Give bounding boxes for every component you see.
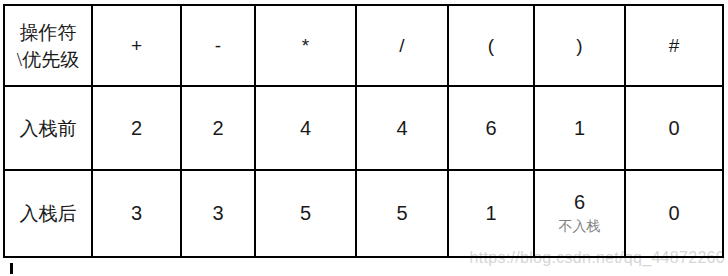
cell-before-hash: 0	[626, 87, 722, 171]
after-minus-value: 3	[212, 202, 223, 225]
before-rparen-value: 1	[574, 117, 585, 140]
after-rparen-value: 6	[574, 191, 585, 214]
precedence-table: 操作符 \优先级 + - * / ( ) # 入栈前 2 2 4 4 6 1 0…	[3, 4, 724, 258]
cell-after-rparen: 6 不入栈	[535, 171, 626, 256]
col-header-multiply: *	[256, 6, 357, 87]
col-header-plus: +	[93, 6, 182, 87]
before-lparen-value: 6	[485, 117, 496, 140]
col-header-minus: -	[182, 6, 256, 87]
lparen-operator-label: (	[488, 35, 494, 57]
before-divide-value: 4	[396, 117, 407, 140]
cell-after-multiply: 5	[256, 171, 357, 256]
before-multiply-value: 4	[300, 117, 311, 140]
before-minus-value: 2	[212, 117, 223, 140]
after-push-label: 入栈后	[20, 200, 77, 227]
multiply-operator-label: *	[302, 35, 309, 57]
after-plus-value: 3	[131, 202, 142, 225]
col-header-rparen: )	[535, 6, 626, 87]
after-multiply-value: 5	[300, 202, 311, 225]
col-header-divide: /	[357, 6, 449, 87]
plus-operator-label: +	[131, 35, 142, 57]
before-push-label: 入栈前	[20, 115, 77, 142]
row-label-after-push: 入栈后	[5, 171, 93, 256]
cell-after-hash: 0	[626, 171, 722, 256]
after-divide-value: 5	[396, 202, 407, 225]
cell-before-multiply: 4	[256, 87, 357, 171]
row-label-before-push: 入栈前	[5, 87, 93, 171]
after-hash-value: 0	[668, 202, 679, 225]
corner-label-line1: 操作符	[20, 19, 77, 46]
no-push-note: 不入栈	[559, 218, 601, 236]
cell-before-plus: 2	[93, 87, 182, 171]
cell-before-lparen: 6	[449, 87, 535, 171]
hash-operator-label: #	[669, 35, 680, 57]
before-plus-value: 2	[131, 117, 142, 140]
header-corner-cell: 操作符 \优先级	[5, 6, 93, 87]
cell-before-divide: 4	[357, 87, 449, 171]
rparen-operator-label: )	[576, 35, 582, 57]
cell-before-rparen: 1	[535, 87, 626, 171]
after-lparen-value: 1	[485, 202, 496, 225]
divide-operator-label: /	[399, 35, 404, 57]
text-cursor[interactable]	[10, 263, 13, 274]
cell-after-minus: 3	[182, 171, 256, 256]
cell-after-plus: 3	[93, 171, 182, 256]
cell-after-divide: 5	[357, 171, 449, 256]
col-header-hash: #	[626, 6, 722, 87]
corner-label-line2: \优先级	[17, 46, 79, 73]
minus-operator-label: -	[215, 35, 221, 57]
before-hash-value: 0	[668, 117, 679, 140]
document-canvas: https://blog.csdn.net/qq_44872260 操作符 \优…	[0, 0, 728, 276]
col-header-lparen: (	[449, 6, 535, 87]
cell-after-lparen: 1	[449, 171, 535, 256]
cell-before-minus: 2	[182, 87, 256, 171]
